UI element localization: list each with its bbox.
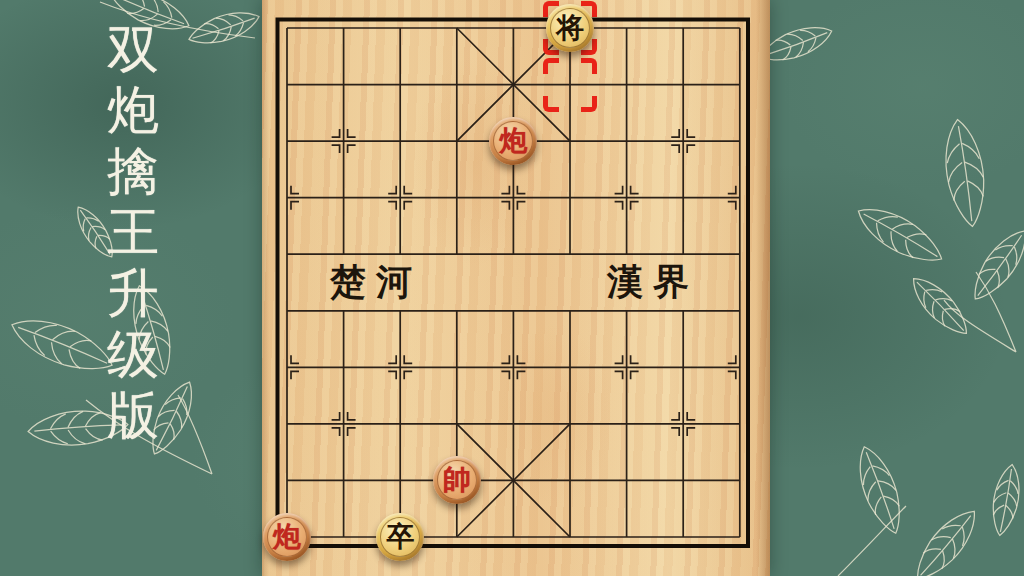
piece-glyph: 将 bbox=[556, 14, 584, 42]
piece-glyph: 帥 bbox=[443, 466, 471, 494]
title-char: 双 bbox=[107, 22, 159, 78]
title-char: 版 bbox=[107, 388, 159, 444]
piece-face: 将 bbox=[550, 8, 590, 48]
piece-black-soldier[interactable]: 卒 bbox=[376, 513, 424, 561]
piece-face: 卒 bbox=[380, 517, 420, 557]
title-char: 擒 bbox=[107, 144, 159, 200]
river-label-left: 楚河 bbox=[330, 260, 422, 304]
puzzle-title: 双 炮 擒 王 升 级 版 bbox=[101, 22, 165, 444]
piece-glyph: 炮 bbox=[499, 127, 527, 155]
title-char: 升 bbox=[107, 266, 159, 322]
title-char: 王 bbox=[107, 205, 159, 261]
piece-glyph: 炮 bbox=[273, 523, 301, 551]
last-move-marker bbox=[543, 58, 597, 112]
title-char: 炮 bbox=[107, 83, 159, 139]
title-char: 级 bbox=[107, 327, 159, 383]
piece-black-general[interactable]: 将 bbox=[546, 4, 594, 52]
piece-glyph: 卒 bbox=[386, 523, 414, 551]
piece-face: 炮 bbox=[493, 121, 533, 161]
piece-red-general[interactable]: 帥 bbox=[433, 456, 481, 504]
xiangqi-board[interactable]: 楚河 漢界 将炮帥卒炮 bbox=[262, 0, 770, 576]
piece-red-cannon-b[interactable]: 炮 bbox=[263, 513, 311, 561]
piece-face: 炮 bbox=[267, 517, 307, 557]
piece-face: 帥 bbox=[437, 460, 477, 500]
river-label-right: 漢界 bbox=[607, 260, 699, 304]
